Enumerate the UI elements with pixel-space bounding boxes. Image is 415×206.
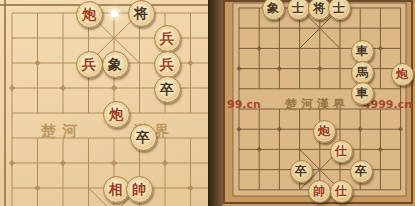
piece-glyph: 仕 [331,181,352,201]
piece-glyph: 卒 [155,77,180,101]
piece-black-soldier[interactable]: 卒 [290,160,313,183]
right-xiangqi-board[interactable]: 楚河 漢界 99.cn 4999.cn 象士将士車馬車炮炮仕卒卒帥仕 [208,0,415,206]
piece-black-advisor[interactable]: 士 [287,0,310,20]
piece-black-soldier[interactable]: 卒 [350,160,373,183]
piece-glyph: 炮 [104,102,129,126]
piece-glyph: 炮 [392,64,413,84]
piece-red-cannon[interactable]: 炮 [103,101,130,128]
piece-black-general[interactable]: 将 [128,0,155,27]
piece-black-elephant[interactable]: 象 [102,51,129,78]
piece-glyph: 相 [104,177,129,201]
piece-black-soldier[interactable]: 卒 [130,124,157,151]
piece-glyph: 車 [352,41,373,61]
piece-glyph: 兵 [77,52,102,76]
piece-black-general[interactable]: 将 [308,0,331,20]
piece-glyph: 車 [352,83,373,103]
piece-glyph: 象 [263,0,284,18]
piece-red-soldier[interactable]: 兵 [154,25,181,52]
piece-black-soldier[interactable]: 卒 [154,76,181,103]
piece-glyph: 兵 [155,26,180,50]
piece-glyph: 帥 [127,177,152,201]
last-move-dot [111,10,118,17]
piece-black-chariot[interactable]: 車 [351,40,374,63]
left-xiangqi-board[interactable]: 楚河 漢界 炮将兵兵象兵卒炮卒相帥 [0,0,213,206]
piece-glyph: 卒 [131,125,156,149]
piece-glyph: 象 [103,52,128,76]
piece-glyph: 将 [309,0,330,18]
piece-red-general[interactable]: 帥 [308,180,331,203]
piece-glyph: 帥 [309,181,330,201]
piece-red-soldier[interactable]: 兵 [154,51,181,78]
piece-glyph: 士 [329,0,350,18]
piece-red-cannon[interactable]: 炮 [313,120,336,143]
piece-black-horse[interactable]: 馬 [351,61,374,84]
piece-black-chariot[interactable]: 車 [351,82,374,105]
piece-glyph: 仕 [331,141,352,161]
piece-glyph: 馬 [352,62,373,82]
piece-red-advisor[interactable]: 仕 [330,180,353,203]
piece-glyph: 兵 [155,52,180,76]
piece-black-elephant[interactable]: 象 [262,0,285,20]
piece-red-cannon[interactable]: 炮 [76,1,103,28]
piece-glyph: 将 [129,1,154,25]
piece-glyph: 卒 [351,161,372,181]
piece-glyph: 炮 [77,2,102,26]
piece-red-advisor[interactable]: 仕 [330,140,353,163]
piece-glyph: 卒 [291,161,312,181]
piece-glyph: 炮 [314,121,335,141]
piece-red-cannon[interactable]: 炮 [391,63,414,86]
piece-glyph: 士 [288,0,309,18]
piece-red-soldier[interactable]: 兵 [76,51,103,78]
piece-black-advisor[interactable]: 士 [328,0,351,20]
piece-red-general[interactable]: 帥 [126,176,153,203]
